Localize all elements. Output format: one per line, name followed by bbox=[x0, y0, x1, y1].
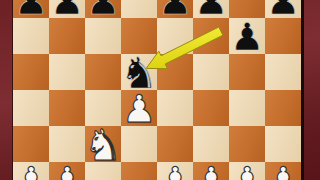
square-a4[interactable] bbox=[13, 90, 49, 126]
piece-black-pawn: ♟ bbox=[193, 0, 229, 19]
square-f5[interactable] bbox=[193, 54, 229, 90]
square-c7[interactable]: ♟ bbox=[85, 0, 121, 18]
square-b4[interactable] bbox=[49, 90, 85, 126]
board-right-edge bbox=[301, 0, 304, 180]
piece-black-pawn: ♟ bbox=[229, 19, 265, 55]
square-e3[interactable] bbox=[157, 126, 193, 162]
square-a7[interactable]: ♟ bbox=[13, 0, 49, 18]
chess-board: ♟♟♟♟♟♟♟♞♟♞♟♟♟♟♟♟ bbox=[13, 0, 301, 180]
square-f7[interactable]: ♟ bbox=[193, 0, 229, 18]
square-h7[interactable]: ♟ bbox=[265, 0, 301, 18]
square-d5[interactable]: ♞ bbox=[121, 54, 157, 90]
piece-black-pawn: ♟ bbox=[157, 0, 193, 19]
square-h3[interactable] bbox=[265, 126, 301, 162]
square-c2[interactable] bbox=[85, 162, 121, 180]
square-c5[interactable] bbox=[85, 54, 121, 90]
square-h4[interactable] bbox=[265, 90, 301, 126]
piece-white-knight: ♞ bbox=[85, 127, 121, 163]
square-g4[interactable] bbox=[229, 90, 265, 126]
square-e2[interactable]: ♟ bbox=[157, 162, 193, 180]
square-c3[interactable]: ♞ bbox=[85, 126, 121, 162]
square-d6[interactable] bbox=[121, 18, 157, 54]
square-a2[interactable]: ♟ bbox=[13, 162, 49, 180]
square-g5[interactable] bbox=[229, 54, 265, 90]
square-h5[interactable] bbox=[265, 54, 301, 90]
square-d2[interactable] bbox=[121, 162, 157, 180]
square-c4[interactable] bbox=[85, 90, 121, 126]
square-g6[interactable]: ♟ bbox=[229, 18, 265, 54]
square-e4[interactable] bbox=[157, 90, 193, 126]
piece-black-knight: ♞ bbox=[121, 55, 157, 91]
square-a3[interactable] bbox=[13, 126, 49, 162]
square-h2[interactable]: ♟ bbox=[265, 162, 301, 180]
piece-white-pawn: ♟ bbox=[49, 163, 85, 180]
piece-white-pawn: ♟ bbox=[265, 163, 301, 180]
square-e6[interactable] bbox=[157, 18, 193, 54]
square-f4[interactable] bbox=[193, 90, 229, 126]
square-d4[interactable]: ♟ bbox=[121, 90, 157, 126]
piece-black-pawn: ♟ bbox=[85, 0, 121, 19]
square-g2[interactable]: ♟ bbox=[229, 162, 265, 180]
square-a5[interactable] bbox=[13, 54, 49, 90]
piece-white-pawn: ♟ bbox=[229, 163, 265, 180]
square-b2[interactable]: ♟ bbox=[49, 162, 85, 180]
chess-lesson-frame: ♟♟♟♟♟♟♟♞♟♞♟♟♟♟♟♟ bbox=[0, 0, 320, 180]
square-b3[interactable] bbox=[49, 126, 85, 162]
square-f2[interactable]: ♟ bbox=[193, 162, 229, 180]
board-left-edge bbox=[12, 0, 13, 180]
square-f3[interactable] bbox=[193, 126, 229, 162]
square-g3[interactable] bbox=[229, 126, 265, 162]
square-h6[interactable] bbox=[265, 18, 301, 54]
square-b7[interactable]: ♟ bbox=[49, 0, 85, 18]
piece-white-pawn: ♟ bbox=[121, 91, 157, 127]
square-g7[interactable] bbox=[229, 0, 265, 18]
piece-black-pawn: ♟ bbox=[13, 0, 49, 19]
square-b6[interactable] bbox=[49, 18, 85, 54]
piece-black-pawn: ♟ bbox=[265, 0, 301, 19]
square-f6[interactable] bbox=[193, 18, 229, 54]
square-b5[interactable] bbox=[49, 54, 85, 90]
piece-white-pawn: ♟ bbox=[193, 163, 229, 180]
square-c6[interactable] bbox=[85, 18, 121, 54]
piece-white-pawn: ♟ bbox=[157, 163, 193, 180]
piece-white-pawn: ♟ bbox=[13, 163, 49, 180]
square-a6[interactable] bbox=[13, 18, 49, 54]
square-d7[interactable] bbox=[121, 0, 157, 18]
piece-black-pawn: ♟ bbox=[49, 0, 85, 19]
square-e5[interactable] bbox=[157, 54, 193, 90]
square-d3[interactable] bbox=[121, 126, 157, 162]
square-e7[interactable]: ♟ bbox=[157, 0, 193, 18]
